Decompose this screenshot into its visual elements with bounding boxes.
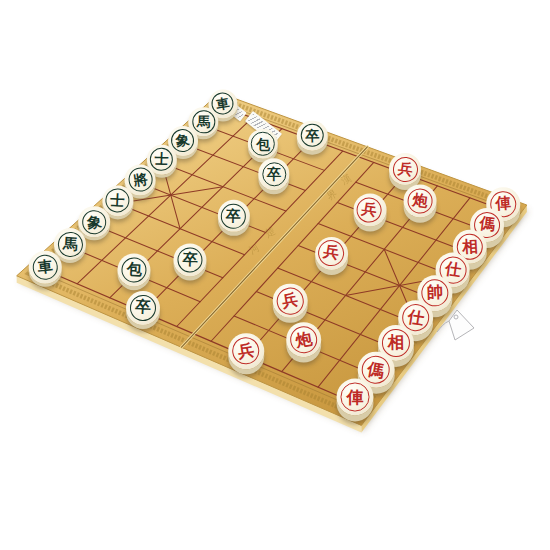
piece-green-cannon: 包 [248,128,278,158]
piece-red-cannon: 炮 [286,322,322,358]
piece-green-soldier: 卒 [173,244,206,277]
piece-glyph: 卒 [300,124,324,148]
piece-glyph: 卒 [262,162,286,186]
piece-glyph: 炮 [406,187,435,216]
piece-red-soldier: 兵 [273,283,308,318]
piece-green-soldier: 卒 [297,121,328,152]
piece-glyph: 包 [121,257,148,284]
piece-green-soldier: 卒 [217,200,249,232]
piece-glyph: 卒 [221,203,246,228]
piece-glyph: 兵 [275,285,306,316]
piece-glyph: 包 [251,132,274,155]
piece-green-soldier: 卒 [258,159,289,190]
piece-green-soldier: 卒 [126,291,160,325]
xiangqi-product-photo: 漢界楚河 車俥馬傌象相士仕將帥士仕象相馬傌車俥包炮包炮卒兵卒兵卒兵卒兵卒兵 [0,0,550,550]
piece-red-cannon: 炮 [404,184,437,217]
piece-glyph: 車 [31,253,58,280]
piece-glyph: 兵 [391,155,419,183]
piece-glyph: 將 [127,167,154,194]
piece-green-chariot: 車 [29,251,62,284]
piece-glyph: 相 [382,329,410,357]
paper-tag [436,302,484,350]
piece-glyph: 俥 [341,383,369,411]
piece-glyph: 士 [150,148,174,172]
piece-red-soldier: 兵 [353,193,386,226]
piece-glyph: 士 [105,188,130,213]
piece-green-elephant: 象 [79,206,111,238]
piece-glyph: 兵 [355,195,384,224]
piece-red-soldier: 兵 [389,153,421,185]
piece-green-horse: 馬 [54,228,86,260]
pieces-layer: 車俥馬傌象相士仕將帥士仕象相馬傌車俥包炮包炮卒兵卒兵卒兵卒兵卒兵 [0,0,550,550]
piece-glyph: 卒 [177,247,203,273]
piece-glyph: 兵 [230,336,261,367]
piece-glyph: 馬 [192,110,215,133]
piece-red-soldier: 兵 [228,334,264,370]
piece-glyph: 炮 [288,324,320,356]
piece-glyph: 象 [81,208,108,235]
piece-red-chariot: 俥 [337,379,374,416]
piece-green-cannon: 包 [117,254,150,287]
piece-red-soldier: 兵 [315,237,349,271]
piece-glyph: 兵 [316,239,346,269]
piece-glyph: 卒 [129,294,157,322]
piece-glyph: 馬 [57,231,83,257]
